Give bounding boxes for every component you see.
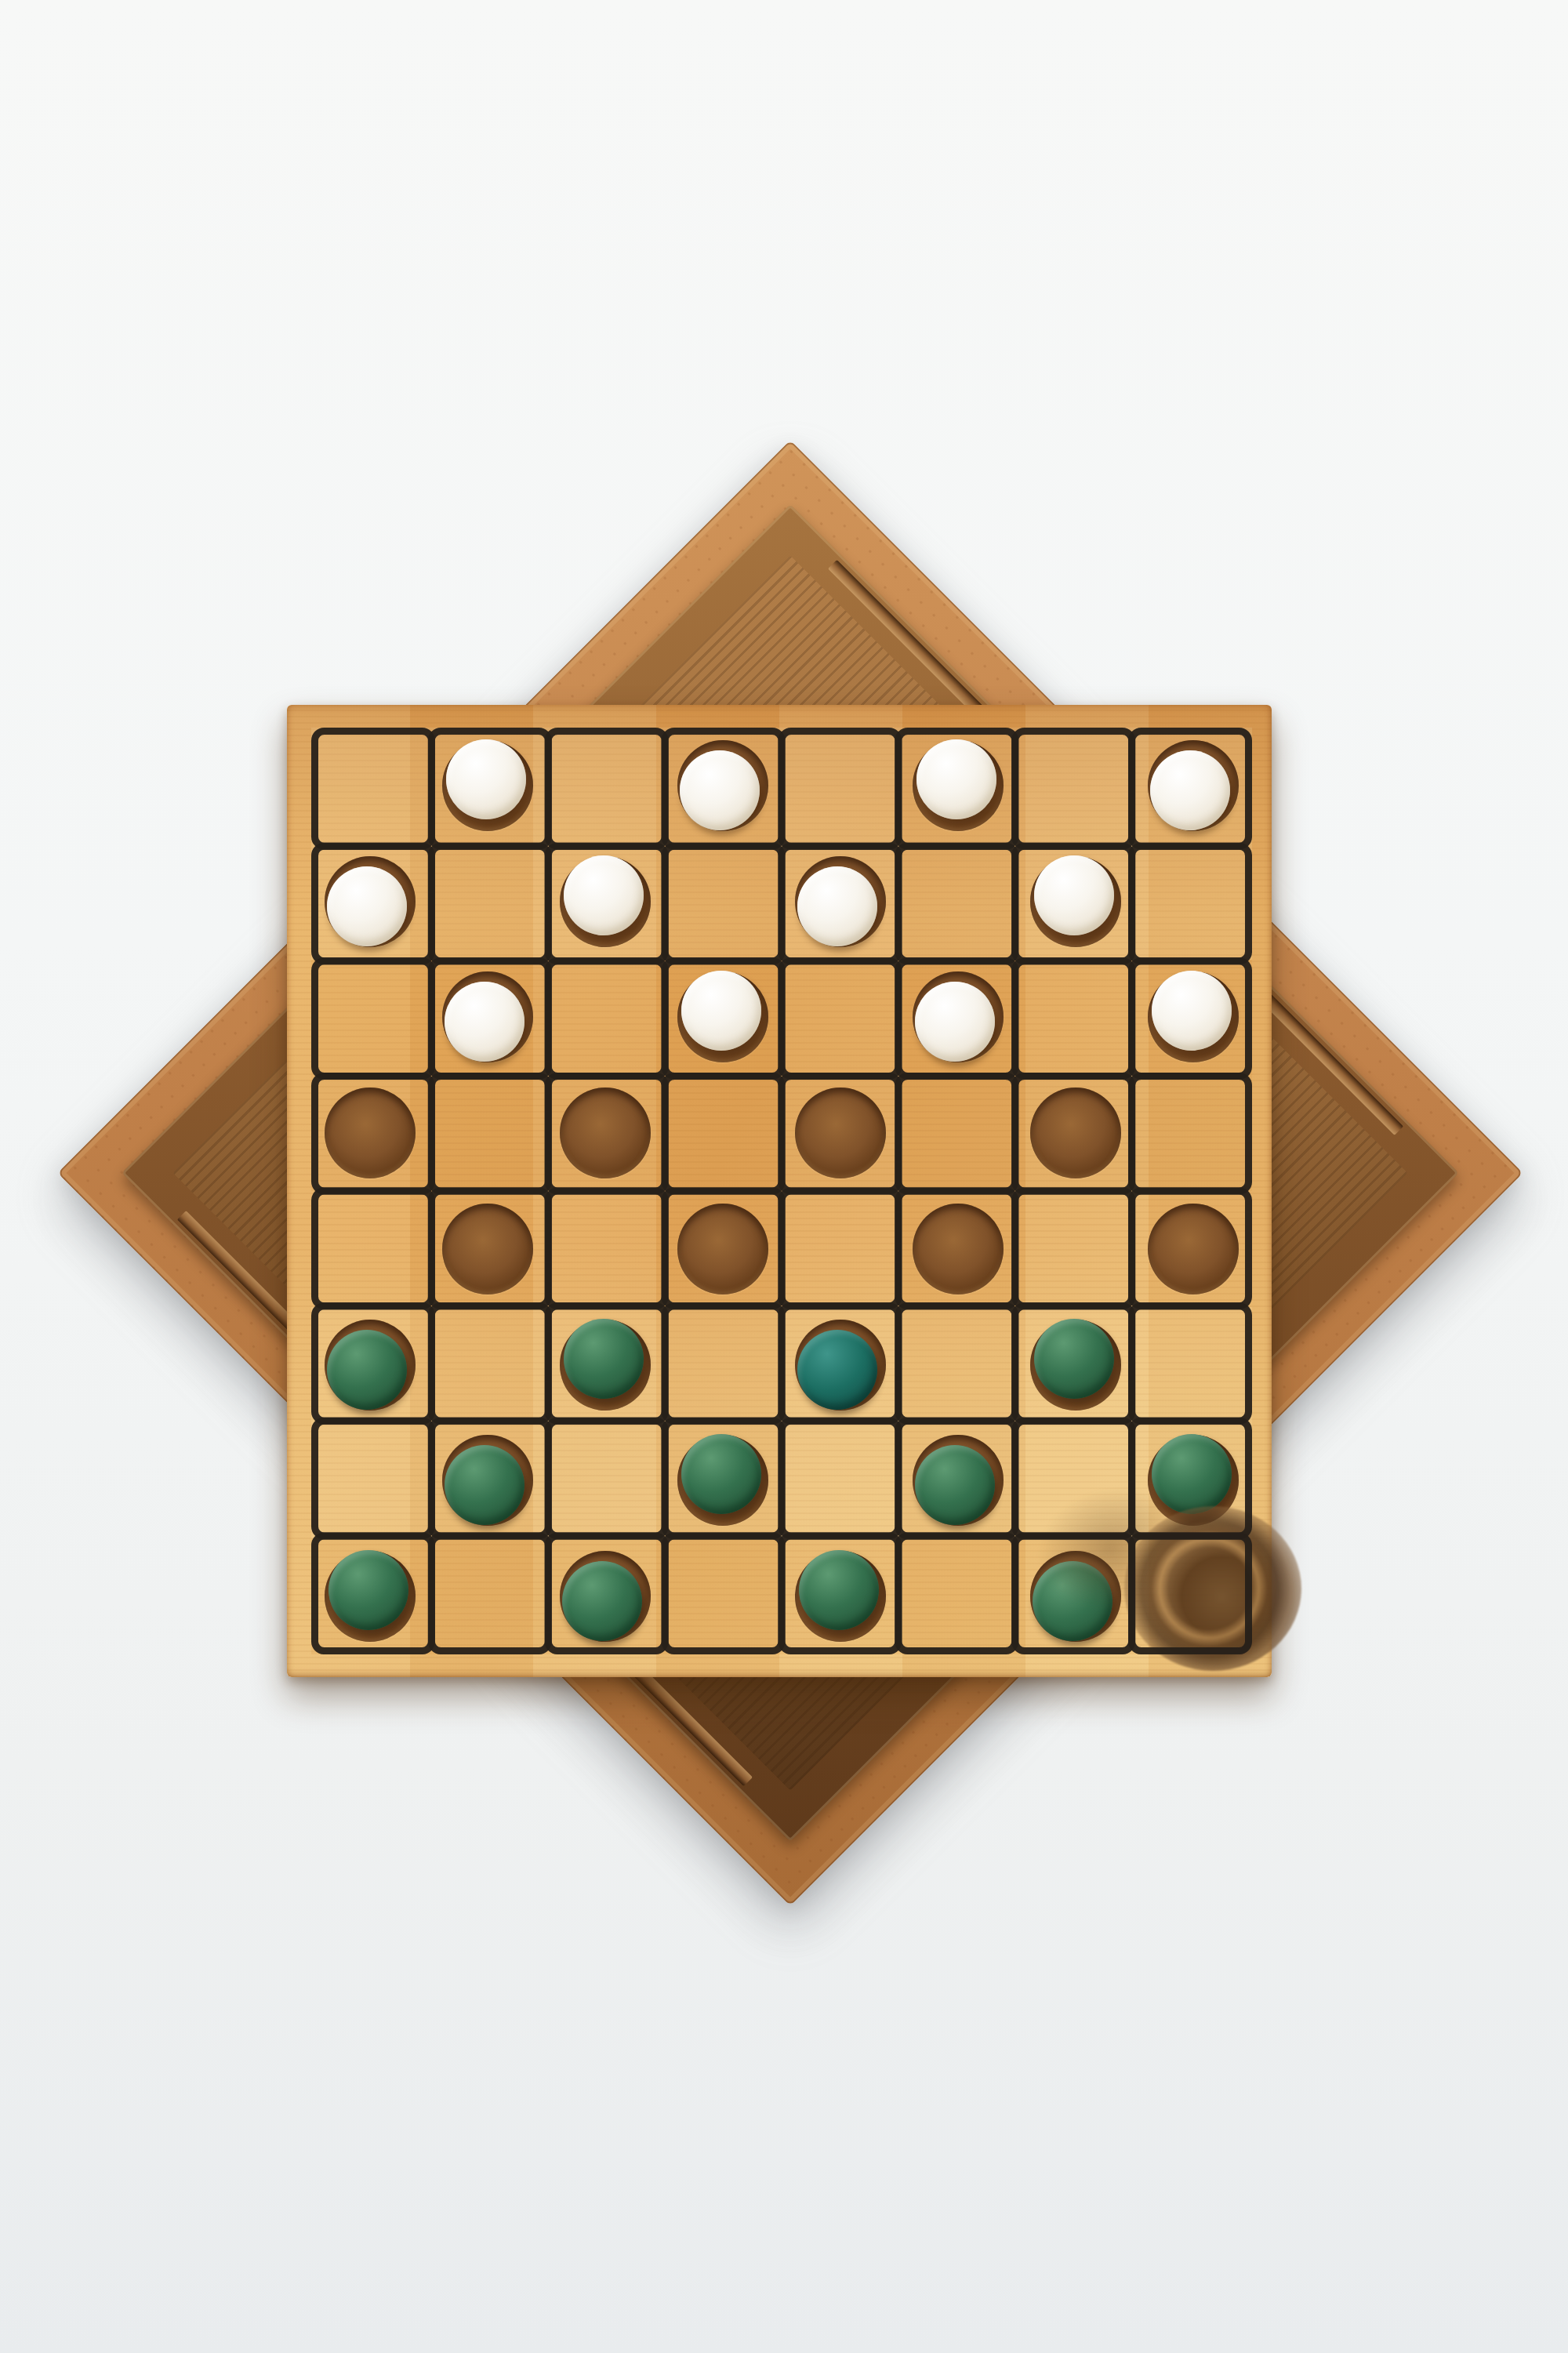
green-peg-r8c3[interactable] [562, 1561, 642, 1641]
cell-r1c3 [546, 728, 664, 844]
cell-r1c5 [782, 728, 899, 844]
cell-r5c3 [546, 1191, 664, 1307]
green-peg-r8c5[interactable] [799, 1550, 879, 1630]
cell-r2c1 [311, 844, 429, 960]
peg-hole-r5c8[interactable] [1148, 1204, 1239, 1295]
cell-r3c5 [782, 960, 899, 1076]
cell-r8c5 [782, 1538, 899, 1654]
cell-r4c1 [311, 1075, 429, 1191]
teal-peg-r6c5[interactable] [797, 1330, 877, 1410]
peg-hole-r5c6[interactable] [913, 1204, 1004, 1295]
cell-r4c6 [899, 1075, 1017, 1191]
cell-r3c3 [546, 960, 664, 1076]
cell-r6c4 [664, 1307, 782, 1423]
cell-r4c4 [664, 1075, 782, 1191]
cell-r3c8 [1134, 960, 1252, 1076]
peg-hole-r4c5[interactable] [795, 1088, 886, 1178]
white-peg-r1c8[interactable] [1150, 750, 1230, 830]
cell-r1c4 [664, 728, 782, 844]
green-peg-r7c4[interactable] [681, 1434, 761, 1514]
cell-r5c5 [782, 1191, 899, 1307]
white-peg-r3c4[interactable] [681, 971, 761, 1051]
cell-r2c7 [1017, 844, 1134, 960]
cell-r8c1 [311, 1538, 429, 1654]
cell-r3c6 [899, 960, 1017, 1076]
cell-r5c7 [1017, 1191, 1134, 1307]
white-peg-r2c1[interactable] [327, 866, 407, 946]
cell-r4c2 [429, 1075, 546, 1191]
cell-r8c4 [664, 1538, 782, 1654]
white-peg-r3c8[interactable] [1152, 971, 1232, 1051]
white-peg-r2c7[interactable] [1034, 855, 1114, 935]
cell-r2c4 [664, 844, 782, 960]
cell-r7c4 [664, 1423, 782, 1539]
green-peg-r7c2[interactable] [445, 1445, 524, 1525]
cell-r3c4 [664, 960, 782, 1076]
cell-r1c6 [899, 728, 1017, 844]
cell-r8c2 [429, 1538, 546, 1654]
cell-r2c2 [429, 844, 546, 960]
cell-r4c3 [546, 1075, 664, 1191]
white-peg-r2c3[interactable] [564, 855, 644, 935]
cell-r6c6 [899, 1307, 1017, 1423]
peg-hole-r5c2[interactable] [442, 1204, 533, 1295]
cell-r7c5 [782, 1423, 899, 1539]
cell-r5c6 [899, 1191, 1017, 1307]
cell-r6c8 [1134, 1307, 1252, 1423]
cell-r1c8 [1134, 728, 1252, 844]
cell-r4c8 [1134, 1075, 1252, 1191]
peg-hole-r4c7[interactable] [1030, 1088, 1121, 1178]
green-peg-r8c1[interactable] [328, 1550, 408, 1630]
cell-r8c3 [546, 1538, 664, 1654]
white-peg-r3c6[interactable] [915, 982, 995, 1062]
cell-r5c1 [311, 1191, 429, 1307]
cell-r1c1 [311, 728, 429, 844]
cell-r6c1 [311, 1307, 429, 1423]
cell-r7c6 [899, 1423, 1017, 1539]
peg-hole-r4c1[interactable] [325, 1088, 416, 1178]
cell-r5c8 [1134, 1191, 1252, 1307]
green-peg-r6c7[interactable] [1034, 1319, 1114, 1399]
white-peg-r3c2[interactable] [445, 982, 524, 1062]
peg-hole-r4c3[interactable] [560, 1088, 651, 1178]
peg-hole-r5c4[interactable] [677, 1204, 768, 1295]
cell-r2c6 [899, 844, 1017, 960]
cell-r1c2 [429, 728, 546, 844]
cell-r5c2 [429, 1191, 546, 1307]
cell-r2c3 [546, 844, 664, 960]
cell-r3c2 [429, 960, 546, 1076]
cell-r4c5 [782, 1075, 899, 1191]
checkers-board [287, 705, 1272, 1677]
cell-r3c1 [311, 960, 429, 1076]
cell-r8c6 [899, 1538, 1017, 1654]
white-peg-r1c2[interactable] [446, 739, 526, 819]
green-peg-r6c1[interactable] [327, 1330, 407, 1410]
cell-r2c5 [782, 844, 899, 960]
cell-r6c2 [429, 1307, 546, 1423]
white-peg-r1c6[interactable] [916, 739, 996, 819]
cell-r4c7 [1017, 1075, 1134, 1191]
photo-background [0, 0, 1568, 2353]
white-peg-r2c5[interactable] [797, 866, 877, 946]
cell-r6c7 [1017, 1307, 1134, 1423]
cell-r6c3 [546, 1307, 664, 1423]
cell-r7c1 [311, 1423, 429, 1539]
green-peg-r7c6[interactable] [915, 1445, 995, 1525]
wood-knot [1124, 1506, 1301, 1671]
cell-r2c8 [1134, 844, 1252, 960]
green-peg-r6c3[interactable] [564, 1319, 644, 1399]
white-peg-r1c4[interactable] [680, 750, 760, 830]
cell-r3c7 [1017, 960, 1134, 1076]
cell-r1c7 [1017, 728, 1134, 844]
cell-r7c2 [429, 1423, 546, 1539]
cell-r5c4 [664, 1191, 782, 1307]
cell-r6c5 [782, 1307, 899, 1423]
cell-r7c3 [546, 1423, 664, 1539]
